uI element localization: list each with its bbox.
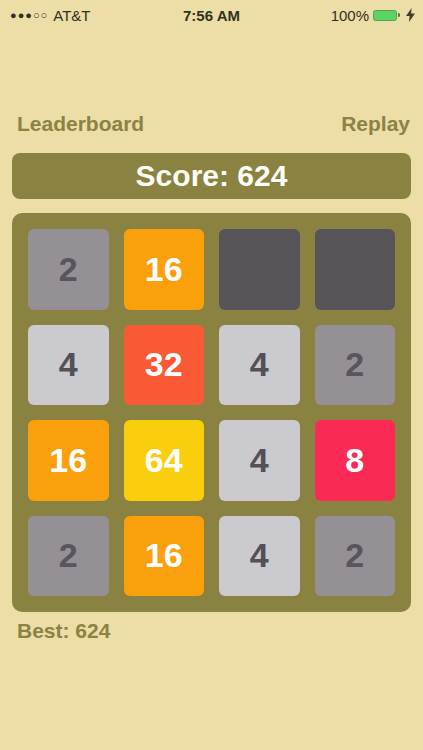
replay-button[interactable]: Replay <box>341 112 410 136</box>
status-right: 100% <box>331 7 415 24</box>
tile: 16 <box>28 420 109 501</box>
tile: 64 <box>124 420 205 501</box>
status-left: ●●●○○ AT&T <box>10 7 90 24</box>
battery-icon <box>373 10 400 21</box>
charging-bolt-icon <box>406 8 415 22</box>
tile: 32 <box>124 325 205 406</box>
status-bar: ●●●○○ AT&T 7:56 AM 100% <box>0 0 423 26</box>
tile: 8 <box>315 420 396 501</box>
game-board[interactable]: 2 16 4 32 4 2 16 64 4 8 2 16 4 2 <box>12 213 411 612</box>
tile: 4 <box>219 516 300 597</box>
tile: 4 <box>219 420 300 501</box>
signal-strength-icon: ●●●○○ <box>10 9 48 21</box>
tile: 2 <box>28 516 109 597</box>
tile <box>219 229 300 310</box>
tile: 2 <box>315 516 396 597</box>
tile <box>315 229 396 310</box>
header-row: Leaderboard Replay <box>17 112 410 136</box>
tile: 2 <box>28 229 109 310</box>
tile: 16 <box>124 229 205 310</box>
carrier-label: AT&T <box>53 7 90 24</box>
tile: 4 <box>219 325 300 406</box>
battery-percent-label: 100% <box>331 7 369 24</box>
tile: 4 <box>28 325 109 406</box>
score-bar: Score: 624 <box>12 153 411 199</box>
best-score-label: Best: 624 <box>17 619 110 643</box>
tile: 2 <box>315 325 396 406</box>
leaderboard-button[interactable]: Leaderboard <box>17 112 144 136</box>
tile: 16 <box>124 516 205 597</box>
